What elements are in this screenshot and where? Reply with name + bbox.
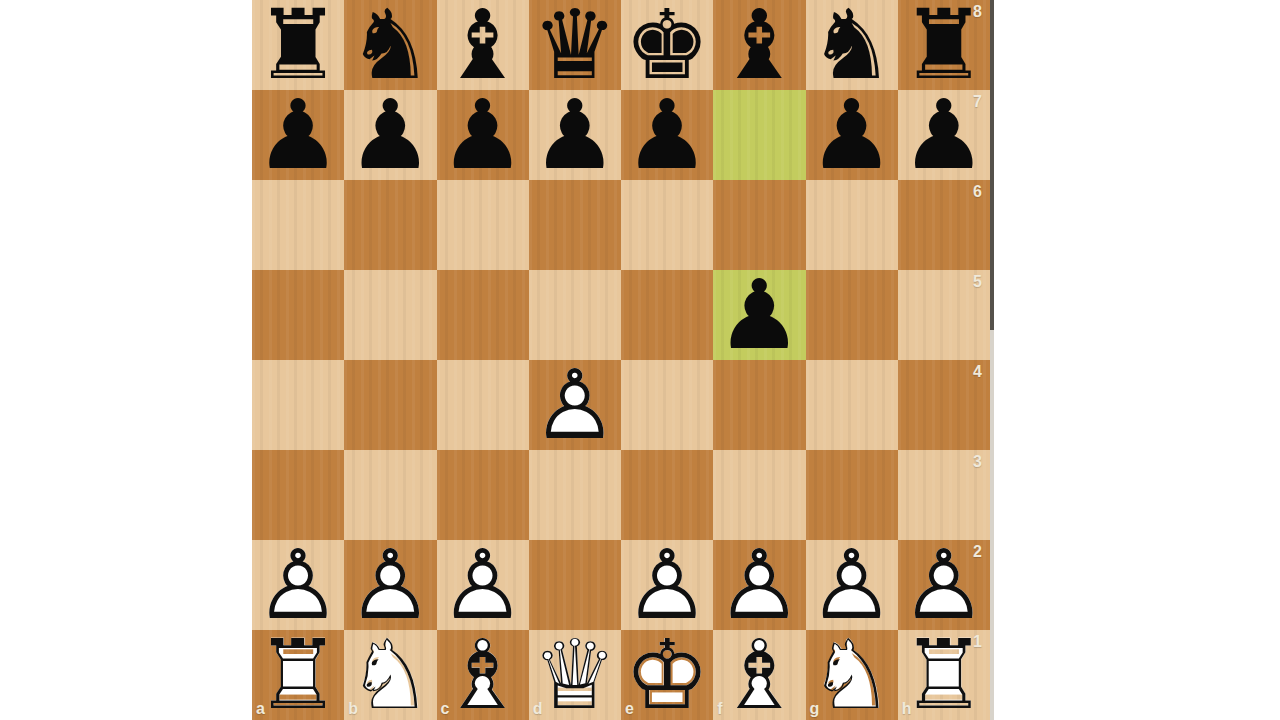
- square-g5[interactable]: [806, 270, 898, 360]
- piece-black-pawn[interactable]: ♟: [713, 270, 805, 360]
- square-b6[interactable]: [344, 180, 436, 270]
- square-e8[interactable]: ♚: [621, 0, 713, 90]
- black-piece-glyph: ♟: [898, 90, 990, 180]
- white-piece-outline-glyph: ♙: [713, 540, 805, 630]
- white-piece-fill-glyph: ♟: [806, 540, 898, 630]
- square-h3[interactable]: [898, 450, 990, 540]
- black-piece-glyph: ♟: [529, 90, 621, 180]
- white-piece-outline-glyph: ♙: [898, 540, 990, 630]
- black-piece-glyph: ♞: [806, 0, 898, 90]
- piece-white-pawn[interactable]: ♟♙: [898, 540, 990, 630]
- white-piece-outline-glyph: ♙: [806, 540, 898, 630]
- square-d1[interactable]: ♛♕: [529, 630, 621, 720]
- piece-white-pawn[interactable]: ♟♙: [344, 540, 436, 630]
- square-e2[interactable]: ♟♙: [621, 540, 713, 630]
- square-f6[interactable]: [713, 180, 805, 270]
- square-h8[interactable]: ♜: [898, 0, 990, 90]
- piece-black-pawn[interactable]: ♟: [898, 90, 990, 180]
- square-c5[interactable]: [437, 270, 529, 360]
- square-h7[interactable]: ♟: [898, 90, 990, 180]
- white-piece-outline-glyph: ♙: [621, 540, 713, 630]
- square-g2[interactable]: ♟♙: [806, 540, 898, 630]
- white-piece-fill-glyph: ♝: [437, 630, 529, 720]
- white-piece-fill-glyph: ♟: [437, 540, 529, 630]
- square-c7[interactable]: ♟: [437, 90, 529, 180]
- square-h4[interactable]: [898, 360, 990, 450]
- white-piece-fill-glyph: ♟: [621, 540, 713, 630]
- square-c6[interactable]: [437, 180, 529, 270]
- white-piece-fill-glyph: ♞: [806, 630, 898, 720]
- white-piece-outline-glyph: ♘: [344, 630, 436, 720]
- square-g7[interactable]: ♟: [806, 90, 898, 180]
- white-piece-outline-glyph: ♘: [806, 630, 898, 720]
- white-piece-fill-glyph: ♟: [898, 540, 990, 630]
- square-f4[interactable]: [713, 360, 805, 450]
- square-e7[interactable]: ♟: [621, 90, 713, 180]
- white-piece-fill-glyph: ♟: [252, 540, 344, 630]
- square-e6[interactable]: [621, 180, 713, 270]
- black-piece-glyph: ♝: [437, 0, 529, 90]
- square-b2[interactable]: ♟♙: [344, 540, 436, 630]
- scrollbar-thumb[interactable]: [990, 0, 994, 330]
- white-piece-outline-glyph: ♙: [344, 540, 436, 630]
- piece-white-knight[interactable]: ♞♘: [806, 630, 898, 720]
- square-h1[interactable]: ♜♖: [898, 630, 990, 720]
- square-f8[interactable]: ♝: [713, 0, 805, 90]
- piece-black-pawn[interactable]: ♟: [529, 90, 621, 180]
- piece-black-rook[interactable]: ♜: [252, 0, 344, 90]
- piece-white-bishop[interactable]: ♝♗: [437, 630, 529, 720]
- square-g4[interactable]: [806, 360, 898, 450]
- square-d3[interactable]: [529, 450, 621, 540]
- black-piece-glyph: ♝: [713, 0, 805, 90]
- square-f7[interactable]: [713, 90, 805, 180]
- black-piece-glyph: ♞: [344, 0, 436, 90]
- white-piece-fill-glyph: ♛: [529, 630, 621, 720]
- square-e5[interactable]: [621, 270, 713, 360]
- square-e3[interactable]: [621, 450, 713, 540]
- piece-white-pawn[interactable]: ♟♙: [713, 540, 805, 630]
- black-piece-glyph: ♟: [437, 90, 529, 180]
- square-a1[interactable]: ♜♖: [252, 630, 344, 720]
- white-piece-fill-glyph: ♝: [713, 630, 805, 720]
- square-f3[interactable]: [713, 450, 805, 540]
- piece-black-queen[interactable]: ♛: [529, 0, 621, 90]
- square-b3[interactable]: [344, 450, 436, 540]
- square-f2[interactable]: ♟♙: [713, 540, 805, 630]
- piece-black-pawn[interactable]: ♟: [252, 90, 344, 180]
- piece-white-knight[interactable]: ♞♘: [344, 630, 436, 720]
- square-f5[interactable]: ♟: [713, 270, 805, 360]
- white-piece-outline-glyph: ♕: [529, 630, 621, 720]
- piece-white-pawn[interactable]: ♟♙: [252, 540, 344, 630]
- piece-white-rook[interactable]: ♜♖: [252, 630, 344, 720]
- square-e4[interactable]: [621, 360, 713, 450]
- square-e1[interactable]: ♚♔: [621, 630, 713, 720]
- square-d8[interactable]: ♛: [529, 0, 621, 90]
- piece-black-rook[interactable]: ♜: [898, 0, 990, 90]
- piece-white-king[interactable]: ♚♔: [621, 630, 713, 720]
- white-piece-outline-glyph: ♙: [529, 360, 621, 450]
- black-piece-glyph: ♟: [713, 270, 805, 360]
- white-piece-fill-glyph: ♜: [898, 630, 990, 720]
- white-piece-fill-glyph: ♟: [344, 540, 436, 630]
- square-h2[interactable]: ♟♙: [898, 540, 990, 630]
- black-piece-glyph: ♟: [621, 90, 713, 180]
- black-piece-glyph: ♛: [529, 0, 621, 90]
- square-b5[interactable]: [344, 270, 436, 360]
- square-d2[interactable]: [529, 540, 621, 630]
- square-a7[interactable]: ♟: [252, 90, 344, 180]
- square-b8[interactable]: ♞: [344, 0, 436, 90]
- piece-black-pawn[interactable]: ♟: [806, 90, 898, 180]
- square-a5[interactable]: [252, 270, 344, 360]
- piece-black-pawn[interactable]: ♟: [621, 90, 713, 180]
- piece-black-king[interactable]: ♚: [621, 0, 713, 90]
- square-b7[interactable]: ♟: [344, 90, 436, 180]
- black-piece-glyph: ♜: [898, 0, 990, 90]
- square-c8[interactable]: ♝: [437, 0, 529, 90]
- page: ♜♞♝♛♚♝♞♜♟♟♟♟♟♟♟♟♟♙♟♙♟♙♟♙♟♙♟♙♟♙♟♙♜♖♞♘♝♗♛♕…: [0, 0, 1280, 720]
- piece-white-pawn[interactable]: ♟♙: [529, 360, 621, 450]
- piece-white-queen[interactable]: ♛♕: [529, 630, 621, 720]
- piece-white-pawn[interactable]: ♟♙: [621, 540, 713, 630]
- piece-black-bishop[interactable]: ♝: [437, 0, 529, 90]
- black-piece-glyph: ♟: [806, 90, 898, 180]
- square-g6[interactable]: [806, 180, 898, 270]
- white-piece-outline-glyph: ♙: [437, 540, 529, 630]
- square-a3[interactable]: [252, 450, 344, 540]
- white-piece-outline-glyph: ♔: [621, 630, 713, 720]
- white-piece-fill-glyph: ♟: [713, 540, 805, 630]
- square-g3[interactable]: [806, 450, 898, 540]
- square-h6[interactable]: [898, 180, 990, 270]
- square-c4[interactable]: [437, 360, 529, 450]
- white-piece-fill-glyph: ♟: [529, 360, 621, 450]
- square-g1[interactable]: ♞♘: [806, 630, 898, 720]
- square-d7[interactable]: ♟: [529, 90, 621, 180]
- black-piece-glyph: ♜: [252, 0, 344, 90]
- white-piece-fill-glyph: ♞: [344, 630, 436, 720]
- square-d5[interactable]: [529, 270, 621, 360]
- square-b4[interactable]: [344, 360, 436, 450]
- piece-white-pawn[interactable]: ♟♙: [437, 540, 529, 630]
- black-piece-glyph: ♚: [621, 0, 713, 90]
- square-a4[interactable]: [252, 360, 344, 450]
- piece-white-rook[interactable]: ♜♖: [898, 630, 990, 720]
- piece-black-pawn[interactable]: ♟: [344, 90, 436, 180]
- black-piece-glyph: ♟: [252, 90, 344, 180]
- piece-black-knight[interactable]: ♞: [806, 0, 898, 90]
- white-piece-outline-glyph: ♖: [252, 630, 344, 720]
- square-f1[interactable]: ♝♗: [713, 630, 805, 720]
- square-d4[interactable]: ♟♙: [529, 360, 621, 450]
- white-piece-outline-glyph: ♖: [898, 630, 990, 720]
- square-a6[interactable]: [252, 180, 344, 270]
- square-c1[interactable]: ♝♗: [437, 630, 529, 720]
- square-h5[interactable]: [898, 270, 990, 360]
- square-b1[interactable]: ♞♘: [344, 630, 436, 720]
- piece-black-knight[interactable]: ♞: [344, 0, 436, 90]
- white-piece-fill-glyph: ♜: [252, 630, 344, 720]
- black-piece-glyph: ♟: [344, 90, 436, 180]
- square-a2[interactable]: ♟♙: [252, 540, 344, 630]
- square-g8[interactable]: ♞: [806, 0, 898, 90]
- white-piece-outline-glyph: ♙: [252, 540, 344, 630]
- white-piece-outline-glyph: ♗: [713, 630, 805, 720]
- white-piece-outline-glyph: ♗: [437, 630, 529, 720]
- piece-black-bishop[interactable]: ♝: [713, 0, 805, 90]
- square-c2[interactable]: ♟♙: [437, 540, 529, 630]
- piece-white-bishop[interactable]: ♝♗: [713, 630, 805, 720]
- piece-black-pawn[interactable]: ♟: [437, 90, 529, 180]
- chess-board: ♜♞♝♛♚♝♞♜♟♟♟♟♟♟♟♟♟♙♟♙♟♙♟♙♟♙♟♙♟♙♟♙♜♖♞♘♝♗♛♕…: [252, 0, 990, 720]
- square-a8[interactable]: ♜: [252, 0, 344, 90]
- white-piece-fill-glyph: ♚: [621, 630, 713, 720]
- square-d6[interactable]: [529, 180, 621, 270]
- square-c3[interactable]: [437, 450, 529, 540]
- piece-white-pawn[interactable]: ♟♙: [806, 540, 898, 630]
